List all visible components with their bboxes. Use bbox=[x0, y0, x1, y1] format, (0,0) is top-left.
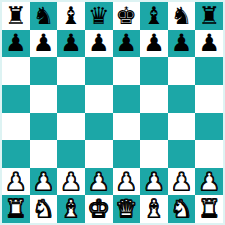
square-b2[interactable]: ♟ bbox=[30, 168, 58, 196]
black-pawn[interactable]: ♟ bbox=[33, 31, 55, 55]
square-a7[interactable]: ♟ bbox=[2, 30, 30, 58]
square-b5[interactable] bbox=[30, 85, 58, 113]
black-king[interactable]: ♚ bbox=[116, 4, 138, 28]
square-g1[interactable]: ♞ bbox=[168, 195, 196, 223]
black-pawn[interactable]: ♟ bbox=[60, 31, 82, 55]
square-a4[interactable] bbox=[2, 113, 30, 141]
white-king[interactable]: ♚ bbox=[88, 197, 110, 221]
square-a6[interactable] bbox=[2, 57, 30, 85]
square-d5[interactable] bbox=[85, 85, 113, 113]
square-f3[interactable] bbox=[140, 140, 168, 168]
square-g4[interactable] bbox=[168, 113, 196, 141]
square-g8[interactable]: ♞ bbox=[168, 2, 196, 30]
square-h4[interactable] bbox=[195, 113, 223, 141]
square-c8[interactable]: ♝ bbox=[57, 2, 85, 30]
chess-board-frame: ♜♞♝♛♚♝♞♜♟♟♟♟♟♟♟♟♟♟♟♟♟♟♟♟♜♞♝♚♛♝♞♜ bbox=[0, 0, 225, 225]
white-pawn[interactable]: ♟ bbox=[116, 170, 138, 194]
square-h1[interactable]: ♜ bbox=[195, 195, 223, 223]
square-b8[interactable]: ♞ bbox=[30, 2, 58, 30]
black-bishop[interactable]: ♝ bbox=[143, 4, 165, 28]
black-pawn[interactable]: ♟ bbox=[5, 31, 27, 55]
white-bishop[interactable]: ♝ bbox=[60, 197, 82, 221]
square-a5[interactable] bbox=[2, 85, 30, 113]
black-pawn[interactable]: ♟ bbox=[88, 31, 110, 55]
square-f8[interactable]: ♝ bbox=[140, 2, 168, 30]
square-f7[interactable]: ♟ bbox=[140, 30, 168, 58]
white-knight[interactable]: ♞ bbox=[33, 197, 55, 221]
square-f2[interactable]: ♟ bbox=[140, 168, 168, 196]
square-d1[interactable]: ♚ bbox=[85, 195, 113, 223]
square-d3[interactable] bbox=[85, 140, 113, 168]
square-e2[interactable]: ♟ bbox=[113, 168, 141, 196]
white-rook[interactable]: ♜ bbox=[198, 197, 220, 221]
square-b6[interactable] bbox=[30, 57, 58, 85]
black-knight[interactable]: ♞ bbox=[171, 4, 193, 28]
white-queen[interactable]: ♛ bbox=[116, 197, 138, 221]
square-e3[interactable] bbox=[113, 140, 141, 168]
white-pawn[interactable]: ♟ bbox=[171, 170, 193, 194]
white-bishop[interactable]: ♝ bbox=[143, 197, 165, 221]
square-h2[interactable]: ♟ bbox=[195, 168, 223, 196]
square-g2[interactable]: ♟ bbox=[168, 168, 196, 196]
white-pawn[interactable]: ♟ bbox=[60, 170, 82, 194]
chess-board: ♜♞♝♛♚♝♞♜♟♟♟♟♟♟♟♟♟♟♟♟♟♟♟♟♜♞♝♚♛♝♞♜ bbox=[2, 2, 223, 223]
square-b1[interactable]: ♞ bbox=[30, 195, 58, 223]
square-b4[interactable] bbox=[30, 113, 58, 141]
square-d8[interactable]: ♛ bbox=[85, 2, 113, 30]
square-f6[interactable] bbox=[140, 57, 168, 85]
square-e6[interactable] bbox=[113, 57, 141, 85]
square-c7[interactable]: ♟ bbox=[57, 30, 85, 58]
white-pawn[interactable]: ♟ bbox=[33, 170, 55, 194]
black-pawn[interactable]: ♟ bbox=[116, 31, 138, 55]
square-g5[interactable] bbox=[168, 85, 196, 113]
square-c6[interactable] bbox=[57, 57, 85, 85]
black-pawn[interactable]: ♟ bbox=[198, 31, 220, 55]
square-f5[interactable] bbox=[140, 85, 168, 113]
black-rook[interactable]: ♜ bbox=[198, 4, 220, 28]
square-d4[interactable] bbox=[85, 113, 113, 141]
black-pawn[interactable]: ♟ bbox=[171, 31, 193, 55]
black-rook[interactable]: ♜ bbox=[5, 4, 27, 28]
square-e8[interactable]: ♚ bbox=[113, 2, 141, 30]
square-d2[interactable]: ♟ bbox=[85, 168, 113, 196]
square-h7[interactable]: ♟ bbox=[195, 30, 223, 58]
black-queen[interactable]: ♛ bbox=[88, 4, 110, 28]
white-pawn[interactable]: ♟ bbox=[5, 170, 27, 194]
square-g3[interactable] bbox=[168, 140, 196, 168]
square-c1[interactable]: ♝ bbox=[57, 195, 85, 223]
square-c3[interactable] bbox=[57, 140, 85, 168]
white-pawn[interactable]: ♟ bbox=[88, 170, 110, 194]
white-knight[interactable]: ♞ bbox=[171, 197, 193, 221]
square-h3[interactable] bbox=[195, 140, 223, 168]
square-a1[interactable]: ♜ bbox=[2, 195, 30, 223]
square-h6[interactable] bbox=[195, 57, 223, 85]
square-a3[interactable] bbox=[2, 140, 30, 168]
square-b7[interactable]: ♟ bbox=[30, 30, 58, 58]
black-bishop[interactable]: ♝ bbox=[60, 4, 82, 28]
square-f1[interactable]: ♝ bbox=[140, 195, 168, 223]
square-a8[interactable]: ♜ bbox=[2, 2, 30, 30]
square-e7[interactable]: ♟ bbox=[113, 30, 141, 58]
square-g6[interactable] bbox=[168, 57, 196, 85]
square-a2[interactable]: ♟ bbox=[2, 168, 30, 196]
square-c2[interactable]: ♟ bbox=[57, 168, 85, 196]
black-knight[interactable]: ♞ bbox=[33, 4, 55, 28]
square-d6[interactable] bbox=[85, 57, 113, 85]
white-rook[interactable]: ♜ bbox=[5, 197, 27, 221]
square-h5[interactable] bbox=[195, 85, 223, 113]
white-pawn[interactable]: ♟ bbox=[143, 170, 165, 194]
square-b3[interactable] bbox=[30, 140, 58, 168]
square-g7[interactable]: ♟ bbox=[168, 30, 196, 58]
square-f4[interactable] bbox=[140, 113, 168, 141]
square-d7[interactable]: ♟ bbox=[85, 30, 113, 58]
black-pawn[interactable]: ♟ bbox=[143, 31, 165, 55]
square-e4[interactable] bbox=[113, 113, 141, 141]
square-e1[interactable]: ♛ bbox=[113, 195, 141, 223]
square-h8[interactable]: ♜ bbox=[195, 2, 223, 30]
white-pawn[interactable]: ♟ bbox=[198, 170, 220, 194]
square-c4[interactable] bbox=[57, 113, 85, 141]
square-e5[interactable] bbox=[113, 85, 141, 113]
square-c5[interactable] bbox=[57, 85, 85, 113]
